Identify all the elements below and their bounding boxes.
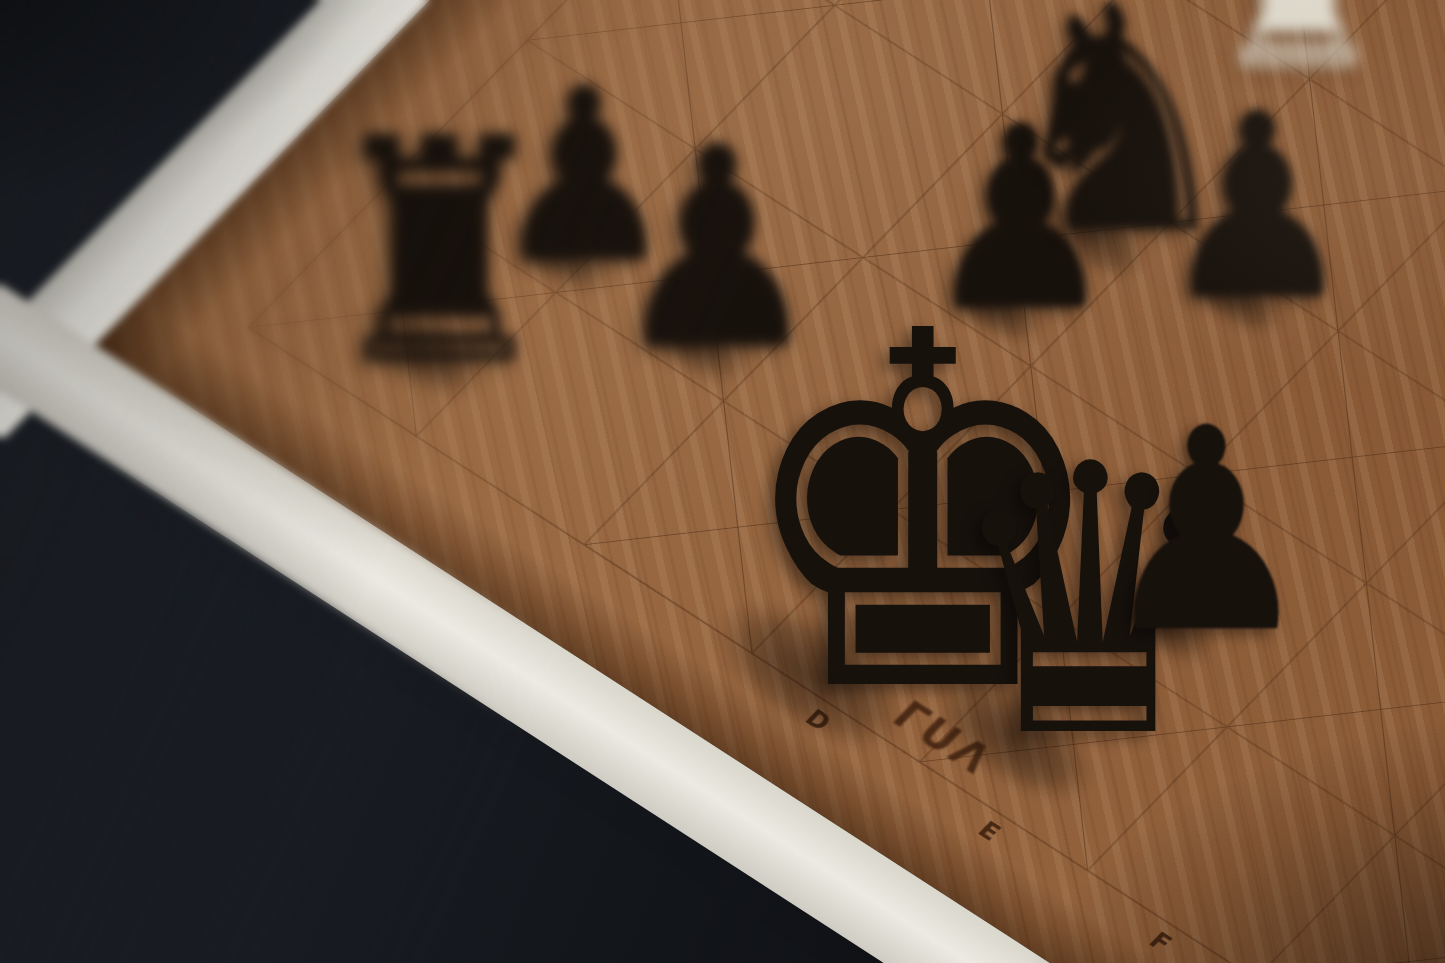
- rook-glyph: ♜: [1207, 0, 1388, 75]
- pawn-glyph: ♟: [1098, 422, 1314, 640]
- pawn-glyph: ♟: [1159, 108, 1356, 308]
- black-pawn-d4[interactable]: ♟: [1178, 96, 1338, 308]
- black-pawn-e2[interactable]: ♟: [1126, 408, 1286, 640]
- white-rook-d5[interactable]: ♜: [1218, 0, 1378, 75]
- photo-scene: D E F ΓUΛ · · · ♜ ♟ ♟ ♚ ♛ ♟ ♟ ♞ ♟ ♜: [0, 0, 1445, 963]
